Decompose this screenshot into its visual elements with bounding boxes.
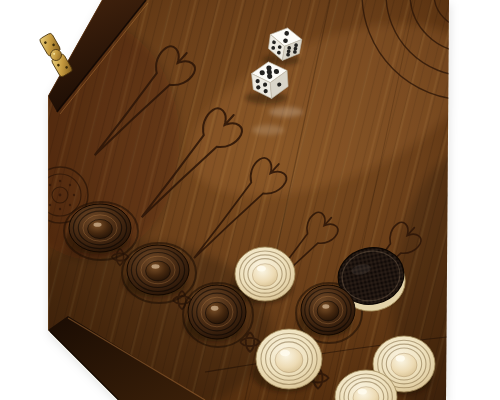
checker-dark-1[interactable] bbox=[69, 204, 131, 252]
photo-stage bbox=[0, 0, 500, 400]
die-reflection-1 bbox=[269, 107, 303, 117]
backgammon-scene bbox=[0, 0, 500, 400]
checker-dark-4[interactable] bbox=[301, 285, 355, 335]
checker-cream-2[interactable] bbox=[256, 329, 322, 389]
checker-dark-3[interactable] bbox=[188, 285, 246, 339]
board bbox=[0, 0, 500, 400]
checker-cream-1[interactable] bbox=[235, 247, 295, 301]
die-reflection-2 bbox=[252, 125, 284, 135]
checker-dark-2[interactable] bbox=[127, 245, 189, 295]
brass-hinge bbox=[39, 32, 73, 77]
